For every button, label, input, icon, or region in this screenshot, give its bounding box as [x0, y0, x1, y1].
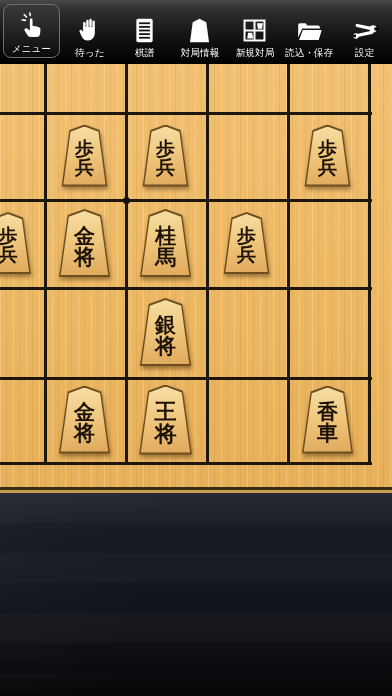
piece-kanji: 歩兵 — [59, 125, 111, 187]
new-game-button[interactable]: 新規対局 — [227, 0, 282, 63]
grid-line — [0, 287, 372, 290]
shogi-piece-lance-9a[interactable]: 香車 — [299, 386, 357, 454]
shogi-piece-pawn-7d[interactable]: 歩兵 — [140, 125, 192, 187]
grid-line — [287, 63, 290, 465]
undo-button[interactable]: 待った — [62, 0, 117, 63]
grid-line — [44, 63, 47, 465]
grid-line — [0, 112, 372, 115]
settings-button-label: 設定 — [355, 47, 374, 60]
game-record-button-label: 棋譜 — [135, 47, 154, 60]
shogi-piece-king-7a[interactable]: 王将 — [136, 385, 196, 455]
grid-line — [125, 63, 128, 465]
tap-hand-icon — [17, 12, 46, 42]
load-save-button[interactable]: 読込・保存 — [282, 0, 337, 63]
piece-kanji: 桂馬 — [137, 209, 195, 277]
shogi-app-screen: メニュー 待った — [0, 0, 392, 696]
load-save-button-label: 読込・保存 — [285, 47, 333, 60]
game-record-button[interactable]: 棋譜 — [117, 0, 172, 63]
shogi-piece-silver-7b[interactable]: 銀将 — [137, 298, 195, 366]
menu-button-label: メニュー — [12, 43, 51, 56]
shogi-piece-pawn-5c[interactable]: 歩兵 — [0, 212, 34, 274]
grid-line — [0, 462, 372, 465]
open-folder-icon — [295, 16, 324, 46]
piece-kanji: 歩兵 — [0, 212, 34, 274]
grid-line — [368, 63, 371, 465]
shogi-board[interactable]: 56789 歩兵歩兵歩兵歩兵金将桂馬歩兵銀将金将王将香車 — [0, 63, 392, 487]
piece-kanji: 歩兵 — [221, 212, 273, 274]
piece-kanji: 金将 — [56, 209, 114, 277]
lower-panel: 後 手 — [0, 493, 392, 696]
piece-kanji: 香車 — [299, 386, 357, 454]
shogi-piece-icon — [185, 16, 214, 46]
game-info-button-label: 対局情報 — [180, 47, 219, 60]
menu-button[interactable]: メニュー — [3, 4, 60, 58]
raised-hand-icon — [75, 16, 104, 46]
game-info-button[interactable]: 対局情報 — [172, 0, 227, 63]
piece-kanji: 歩兵 — [302, 125, 354, 187]
grid-line — [0, 199, 372, 202]
new-game-button-label: 新規対局 — [235, 47, 274, 60]
shogi-piece-pawn-9d[interactable]: 歩兵 — [302, 125, 354, 187]
shogi-piece-pawn-6d[interactable]: 歩兵 — [59, 125, 111, 187]
star-point — [123, 197, 130, 204]
piece-kanji: 歩兵 — [140, 125, 192, 187]
shogi-piece-gold-6c[interactable]: 金将 — [56, 209, 114, 277]
new-game-board-icon — [240, 16, 269, 46]
piece-kanji: 金将 — [56, 386, 114, 454]
piece-kanji: 王将 — [136, 385, 196, 455]
tools-icon — [350, 16, 379, 46]
grid-line — [0, 377, 372, 380]
undo-button-label: 待った — [75, 47, 104, 60]
piece-kanji: 銀将 — [137, 298, 195, 366]
shogi-piece-gold-6a[interactable]: 金将 — [56, 386, 114, 454]
toolbar: メニュー 待った — [0, 0, 392, 64]
shogi-piece-pawn-8c[interactable]: 歩兵 — [221, 212, 273, 274]
game-record-icon — [130, 16, 159, 46]
shogi-piece-knight-7c[interactable]: 桂馬 — [137, 209, 195, 277]
settings-button[interactable]: 設定 — [337, 0, 392, 63]
grid-line — [206, 63, 209, 465]
